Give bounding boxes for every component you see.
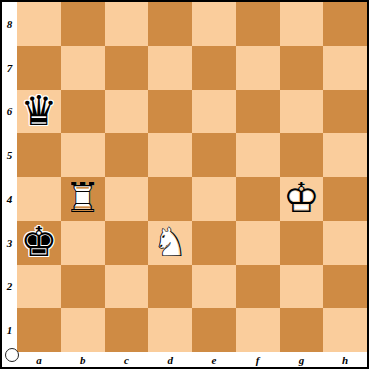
square-h8[interactable] bbox=[323, 2, 367, 46]
rank-label-8: 8 bbox=[2, 2, 17, 46]
square-c6[interactable] bbox=[105, 90, 149, 134]
square-a8[interactable] bbox=[17, 2, 61, 46]
file-label-g: g bbox=[280, 352, 324, 367]
square-f2[interactable] bbox=[236, 265, 280, 309]
square-f4[interactable] bbox=[236, 177, 280, 221]
square-b4[interactable]: ♜♖ bbox=[61, 177, 105, 221]
square-a2[interactable] bbox=[17, 265, 61, 309]
square-b5[interactable] bbox=[61, 133, 105, 177]
square-b2[interactable] bbox=[61, 265, 105, 309]
square-c4[interactable] bbox=[105, 177, 149, 221]
file-label-f: f bbox=[236, 352, 280, 367]
square-d3[interactable]: ♞♘ bbox=[148, 221, 192, 265]
square-b6[interactable] bbox=[61, 90, 105, 134]
board-area: 87654321 ♛♜♖♚♔♚♞♘ abcdefgh bbox=[2, 2, 367, 367]
square-f5[interactable] bbox=[236, 133, 280, 177]
square-c3[interactable] bbox=[105, 221, 149, 265]
square-g5[interactable] bbox=[280, 133, 324, 177]
square-f7[interactable] bbox=[236, 46, 280, 90]
rank-label-5: 5 bbox=[2, 133, 17, 177]
rank-label-1: 1 bbox=[2, 308, 17, 352]
square-a4[interactable] bbox=[17, 177, 61, 221]
file-label-c: c bbox=[105, 352, 149, 367]
file-label-e: e bbox=[192, 352, 236, 367]
square-e8[interactable] bbox=[192, 2, 236, 46]
square-d4[interactable] bbox=[148, 177, 192, 221]
square-g4[interactable]: ♚♔ bbox=[280, 177, 324, 221]
square-f3[interactable] bbox=[236, 221, 280, 265]
square-c7[interactable] bbox=[105, 46, 149, 90]
square-a7[interactable] bbox=[17, 46, 61, 90]
square-e1[interactable] bbox=[192, 308, 236, 352]
square-c1[interactable] bbox=[105, 308, 149, 352]
square-e3[interactable] bbox=[192, 221, 236, 265]
square-h4[interactable] bbox=[323, 177, 367, 221]
white-king[interactable]: ♔ bbox=[280, 177, 324, 221]
white-to-move-indicator bbox=[5, 348, 19, 362]
square-h6[interactable] bbox=[323, 90, 367, 134]
square-e7[interactable] bbox=[192, 46, 236, 90]
black-king[interactable]: ♚ bbox=[17, 221, 61, 265]
square-c8[interactable] bbox=[105, 2, 149, 46]
square-g7[interactable] bbox=[280, 46, 324, 90]
square-a3[interactable]: ♚ bbox=[17, 221, 61, 265]
chess-diagram: 87654321 ♛♜♖♚♔♚♞♘ abcdefgh bbox=[0, 0, 369, 369]
square-d7[interactable] bbox=[148, 46, 192, 90]
square-h1[interactable] bbox=[323, 308, 367, 352]
square-h5[interactable] bbox=[323, 133, 367, 177]
square-e6[interactable] bbox=[192, 90, 236, 134]
square-g2[interactable] bbox=[280, 265, 324, 309]
square-e5[interactable] bbox=[192, 133, 236, 177]
square-b3[interactable] bbox=[61, 221, 105, 265]
square-d1[interactable] bbox=[148, 308, 192, 352]
square-h7[interactable] bbox=[323, 46, 367, 90]
square-b1[interactable] bbox=[61, 308, 105, 352]
file-label-a: a bbox=[17, 352, 61, 367]
square-d2[interactable] bbox=[148, 265, 192, 309]
square-c2[interactable] bbox=[105, 265, 149, 309]
square-d8[interactable] bbox=[148, 2, 192, 46]
square-g1[interactable] bbox=[280, 308, 324, 352]
square-h2[interactable] bbox=[323, 265, 367, 309]
rank-label-4: 4 bbox=[2, 177, 17, 221]
square-g3[interactable] bbox=[280, 221, 324, 265]
rank-label-6: 6 bbox=[2, 90, 17, 134]
square-f6[interactable] bbox=[236, 90, 280, 134]
white-rook[interactable]: ♖ bbox=[61, 177, 105, 221]
square-b8[interactable] bbox=[61, 2, 105, 46]
square-c5[interactable] bbox=[105, 133, 149, 177]
board[interactable]: ♛♜♖♚♔♚♞♘ bbox=[17, 2, 367, 352]
file-label-d: d bbox=[148, 352, 192, 367]
rank-label-2: 2 bbox=[2, 265, 17, 309]
square-f8[interactable] bbox=[236, 2, 280, 46]
file-labels: abcdefgh bbox=[17, 352, 367, 367]
square-g6[interactable] bbox=[280, 90, 324, 134]
black-queen[interactable]: ♛ bbox=[17, 90, 61, 134]
square-e4[interactable] bbox=[192, 177, 236, 221]
file-label-h: h bbox=[323, 352, 367, 367]
square-h3[interactable] bbox=[323, 221, 367, 265]
square-f1[interactable] bbox=[236, 308, 280, 352]
rank-labels: 87654321 bbox=[2, 2, 17, 352]
square-a6[interactable]: ♛ bbox=[17, 90, 61, 134]
square-d6[interactable] bbox=[148, 90, 192, 134]
square-a1[interactable] bbox=[17, 308, 61, 352]
square-g8[interactable] bbox=[280, 2, 324, 46]
rank-label-3: 3 bbox=[2, 221, 17, 265]
square-b7[interactable] bbox=[61, 46, 105, 90]
rank-label-7: 7 bbox=[2, 46, 17, 90]
square-e2[interactable] bbox=[192, 265, 236, 309]
white-knight[interactable]: ♘ bbox=[148, 221, 192, 265]
file-label-b: b bbox=[61, 352, 105, 367]
square-a5[interactable] bbox=[17, 133, 61, 177]
square-d5[interactable] bbox=[148, 133, 192, 177]
